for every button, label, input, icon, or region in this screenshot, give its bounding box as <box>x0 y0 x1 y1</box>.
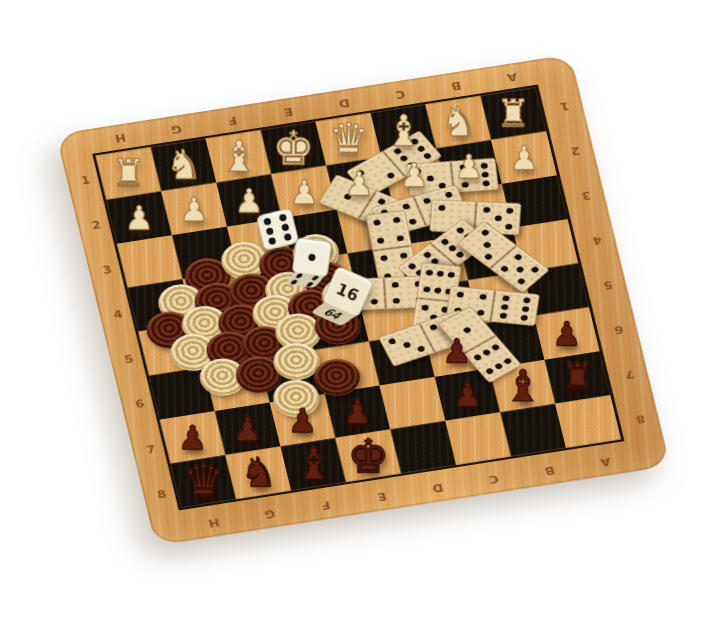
pip <box>439 205 446 211</box>
dark-bishop-f8[interactable]: ♝ <box>294 443 333 486</box>
pip <box>448 272 456 278</box>
pip <box>434 287 442 293</box>
piece-slot-h8: ♛ <box>170 455 236 508</box>
file-label-a: A <box>575 448 636 476</box>
piece-slot-g8: ♞ <box>225 446 291 499</box>
white-bishop-f1[interactable]: ♝ <box>219 135 258 178</box>
piece-slot-e8: ♚ <box>335 429 401 482</box>
pip <box>423 286 431 292</box>
file-label-e: E <box>352 483 413 511</box>
pip <box>400 253 408 259</box>
piece-slot-b2: ♟ <box>436 140 502 193</box>
white-rook-a1[interactable]: ♜ <box>496 95 530 133</box>
pip <box>457 292 465 298</box>
pip <box>505 223 512 229</box>
pip <box>479 294 487 300</box>
piece-slot-c7: ♟ <box>435 368 501 421</box>
white-pawn-g2[interactable]: ♟ <box>179 192 209 225</box>
pip <box>429 323 438 330</box>
combination-game-board: HGFEDCBA HGFEDCBA 12345678 12345678 1664… <box>56 54 670 545</box>
pip <box>484 252 494 260</box>
pip <box>401 203 410 210</box>
rank-label-3: 3 <box>570 172 602 220</box>
dark-pawn-g7[interactable]: ♟ <box>233 412 263 445</box>
dark-pawn-a6[interactable]: ♟ <box>552 317 582 350</box>
piece-slot-h2: ♟ <box>106 191 172 244</box>
pip <box>499 313 507 319</box>
pip <box>423 197 432 204</box>
dark-king-e8[interactable]: ♚ <box>347 432 389 479</box>
white-king-e1[interactable]: ♚ <box>272 124 314 171</box>
piece-slot-f2: ♟ <box>216 174 282 227</box>
file-label-g: G <box>240 500 301 528</box>
pip <box>393 298 400 304</box>
piece-slot-c2: ♟ <box>381 148 447 201</box>
domino-part <box>366 211 410 250</box>
pip <box>388 337 397 344</box>
dark-queen-h8[interactable]: ♛ <box>183 459 223 504</box>
pip <box>380 255 388 261</box>
die-2-showing-1[interactable] <box>292 237 333 278</box>
pip <box>521 306 529 312</box>
white-pawn-b2[interactable]: ♟ <box>454 150 484 183</box>
piece-slot-a7: ♜ <box>545 351 611 404</box>
white-knight-g1[interactable]: ♞ <box>165 144 202 185</box>
pip <box>425 270 433 276</box>
pip <box>373 220 381 226</box>
dark-bishop-b7[interactable]: ♝ <box>503 365 542 408</box>
pip <box>290 279 299 284</box>
pip <box>416 345 425 352</box>
white-pawn-a2[interactable]: ♟ <box>509 141 539 174</box>
pip <box>448 244 458 252</box>
pip <box>422 251 432 259</box>
pip <box>308 253 316 261</box>
white-pawn-f2[interactable]: ♟ <box>234 184 264 217</box>
pip <box>268 237 276 245</box>
pip <box>506 208 513 214</box>
dark-pawn-e7[interactable]: ♟ <box>343 395 373 428</box>
pip <box>523 297 531 303</box>
white-pawn-c2[interactable]: ♟ <box>399 158 429 191</box>
file-label-h: H <box>184 509 245 537</box>
pip <box>440 238 450 246</box>
pip <box>494 215 501 221</box>
piece-slot-b7: ♝ <box>490 360 556 413</box>
pip <box>407 262 417 270</box>
pip <box>370 299 377 305</box>
dark-pawn-f7[interactable]: ♟ <box>288 404 318 437</box>
pip <box>437 271 445 277</box>
rank-label-8: 8 <box>624 395 656 443</box>
white-pawn-h2[interactable]: ♟ <box>124 201 154 234</box>
pip <box>376 237 384 243</box>
domino-part <box>491 291 538 325</box>
pip <box>393 217 401 223</box>
pip <box>295 273 304 278</box>
pip <box>514 253 524 261</box>
pip <box>392 282 399 288</box>
pip <box>484 207 491 213</box>
pip <box>396 235 404 241</box>
pip <box>282 223 290 231</box>
pip <box>421 305 429 311</box>
pip <box>501 304 509 310</box>
rank-label-1: 1 <box>548 82 580 130</box>
board-playing-area: 1664 ♜♞♝♚♛♝♞♜♟♟♟♟♟♟♟♟♟♟♟♟♟♟♟♝♜♛♞♝♚ <box>92 85 624 511</box>
piece-slot-a2: ♟ <box>491 131 557 184</box>
file-label-d: D <box>407 474 468 502</box>
white-knight-b1[interactable]: ♞ <box>440 102 477 143</box>
rank-label-7: 7 <box>613 351 645 399</box>
pip <box>455 226 465 234</box>
file-label-b: B <box>519 457 580 485</box>
pip <box>306 281 315 286</box>
pip <box>456 251 466 259</box>
pip <box>402 341 411 348</box>
rank-label-2: 2 <box>559 127 591 175</box>
dark-rook-a7[interactable]: ♜ <box>560 358 594 396</box>
white-pawn-e2[interactable]: ♟ <box>289 175 319 208</box>
pip <box>481 228 491 236</box>
pip <box>515 265 525 273</box>
rank-label-4: 4 <box>581 216 613 264</box>
white-pawn-d2[interactable]: ♟ <box>344 167 374 200</box>
doubling-cube-top-value: 16 <box>334 279 362 305</box>
pip <box>491 343 501 351</box>
rank-label-5: 5 <box>592 261 624 309</box>
pip <box>520 315 528 321</box>
pip <box>482 240 492 248</box>
dark-pawn-c7[interactable]: ♟ <box>453 378 483 411</box>
white-bishop-c1[interactable]: ♝ <box>384 109 423 152</box>
white-rook-h1[interactable]: ♜ <box>111 154 145 192</box>
dark-pawn-c6[interactable]: ♟ <box>442 334 472 367</box>
dark-pawn-h7[interactable]: ♟ <box>178 421 208 454</box>
pip <box>266 227 274 235</box>
piece-slot-g2: ♟ <box>161 183 227 236</box>
piece-slot-f8: ♝ <box>280 438 346 491</box>
pip <box>500 265 510 273</box>
file-label-f: F <box>296 492 357 520</box>
rank-label-6: 6 <box>603 306 635 354</box>
pip <box>530 265 540 273</box>
file-label-c: C <box>463 466 524 494</box>
white-queen-d1[interactable]: ♛ <box>328 117 368 162</box>
pip <box>284 233 292 241</box>
board-frame: HGFEDCBA HGFEDCBA 12345678 12345678 1664… <box>56 54 670 545</box>
dark-knight-g8[interactable]: ♞ <box>240 452 277 493</box>
pip <box>311 275 320 280</box>
pip <box>502 295 510 301</box>
pip <box>408 218 417 225</box>
pip <box>516 277 526 285</box>
photo-stage: HGFEDCBA HGFEDCBA 12345678 12345678 1664… <box>0 0 726 629</box>
